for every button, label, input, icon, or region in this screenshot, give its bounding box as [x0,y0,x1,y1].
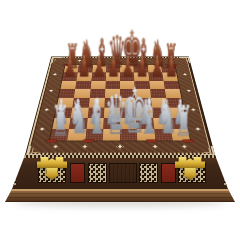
square-g8: ♞ [147,65,162,73]
inlay-flower-icon [191,109,195,111]
corner-bracket-icon [51,57,63,62]
square-h7: ♟ [162,73,178,81]
square-c7: ♟ [91,73,106,81]
square-c2: ♟ [86,118,103,129]
inlay-flower-icon [182,145,186,148]
square-h3 [167,108,185,118]
square-d4 [104,98,120,108]
square-g6 [149,81,165,89]
inlay-flower-icon [195,127,199,129]
inlay-flower-icon [159,60,162,62]
square-d2: ♟ [103,118,120,129]
square-b6 [75,81,91,89]
inlay-flower-icon [40,127,44,129]
square-d5 [105,89,120,98]
piece-black-knight-b8: ♞ [79,35,90,73]
corner-bracket-icon [26,146,42,156]
square-a4 [57,98,74,108]
brass-clasp-icon [175,157,205,181]
square-g7: ♟ [148,73,163,81]
mosaic-endstrip-left [10,161,16,185]
clasp-hasp [182,168,198,180]
box-base [5,189,235,202]
corner-bracket-icon [179,57,191,62]
inlay-flower-icon [54,145,58,148]
board-perspective-wrapper: ♜♞♝♛♚♝♞♜♟♟♟♟♟♟♟♟♟♟♟♟♟♟♟♟♜♞♝♛♚♝♞♜ [26,0,214,155]
inlay-flower-icon [119,60,122,62]
inlay-flower-icon [53,73,56,75]
square-a6 [60,81,76,89]
square-b5 [74,89,90,98]
red-inlay-accent [169,65,177,66]
inlay-flower-icon [139,60,142,62]
square-g3 [152,108,169,118]
square-a3 [55,108,73,118]
square-c3 [87,108,104,118]
square-c4 [88,98,104,108]
square-f3 [136,108,153,118]
square-b8: ♞ [78,65,93,73]
wood-panel [109,163,137,183]
square-e4 [120,98,136,108]
inlay-flower-icon [183,73,186,75]
square-f4 [135,98,151,108]
square-h8: ♜ [161,65,176,73]
inlay-flower-icon [45,109,49,111]
piece-black-rook-a8: ♜ [65,39,76,73]
inlay-flower-icon [78,60,81,62]
mosaic-panel [88,163,107,183]
inlay-flower-icon [98,60,101,62]
board-inlay-border: ♜♞♝♛♚♝♞♜♟♟♟♟♟♟♟♟♟♟♟♟♟♟♟♟♜♞♝♛♚♝♞♜ [30,58,211,153]
square-f8: ♝ [134,65,148,73]
inlay-flower-icon [153,145,157,148]
square-b4 [73,98,90,108]
square-b3 [71,108,88,118]
square-g2: ♟ [153,118,171,129]
piece-black-queen-d8: ♛ [107,29,118,74]
square-h5 [165,89,182,98]
square-e5 [120,89,135,98]
square-e8: ♚ [120,65,134,73]
inlay-rosette-icon [117,144,123,148]
square-e3 [120,108,136,118]
square-f5 [135,89,151,98]
box-front [8,155,232,189]
square-b2: ♟ [69,118,87,129]
square-d7: ♟ [106,73,120,81]
square-a5 [59,89,76,98]
square-g1: ♞ [154,129,173,141]
square-d6 [105,81,120,89]
inlay-flower-icon [187,90,191,92]
square-c5 [89,89,105,98]
square-d3 [104,108,120,118]
square-e2: ♟ [120,118,137,129]
red-inlay-accent [63,65,71,66]
clasp-plate [175,157,205,168]
red-panel [70,163,85,183]
square-f2: ♟ [136,118,153,129]
inlay-flower-icon [49,90,53,92]
square-a8: ♜ [64,65,79,73]
square-e1: ♚ [120,129,138,141]
square-e7: ♟ [120,73,134,81]
inlay-flower-icon [82,145,86,148]
square-g5 [150,89,166,98]
piece-black-king-e8: ♚ [122,24,133,74]
corner-bracket-icon [199,146,215,156]
mosaic-panel [139,163,158,183]
square-h2: ♟ [169,118,188,129]
square-c6 [90,81,105,89]
chess-set-photo: ♜♞♝♛♚♝♞♜♟♟♟♟♟♟♟♟♟♟♟♟♟♟♟♟♜♞♝♛♚♝♞♜ [0,0,240,240]
square-a7: ♟ [62,73,78,81]
piece-black-bishop-f8: ♝ [136,34,147,73]
piece-black-knight-g8: ♞ [150,35,161,73]
red-panel [161,163,176,183]
square-h6 [163,81,179,89]
clasp-plate [37,157,67,168]
clasp-hasp [44,168,60,180]
piece-black-rook-h8: ♜ [164,39,175,73]
square-a2: ♟ [52,118,71,129]
square-b7: ♟ [77,73,92,81]
square-h4 [166,98,183,108]
square-d8: ♛ [106,65,120,73]
chess-board: ♜♞♝♛♚♝♞♜♟♟♟♟♟♟♟♟♟♟♟♟♟♟♟♟♜♞♝♛♚♝♞♜ [26,57,214,155]
square-d1: ♛ [102,129,120,141]
square-e6 [120,81,135,89]
square-c8: ♝ [92,65,106,73]
brass-clasp-icon [37,157,67,181]
square-g4 [151,98,168,108]
mosaic-endstrip-right [224,161,230,185]
piece-black-bishop-c8: ♝ [93,34,104,73]
square-f7: ♟ [134,73,149,81]
square-f6 [134,81,149,89]
board-grid: ♜♞♝♛♚♝♞♜♟♟♟♟♟♟♟♟♟♟♟♟♟♟♟♟♜♞♝♛♚♝♞♜ [50,65,190,140]
